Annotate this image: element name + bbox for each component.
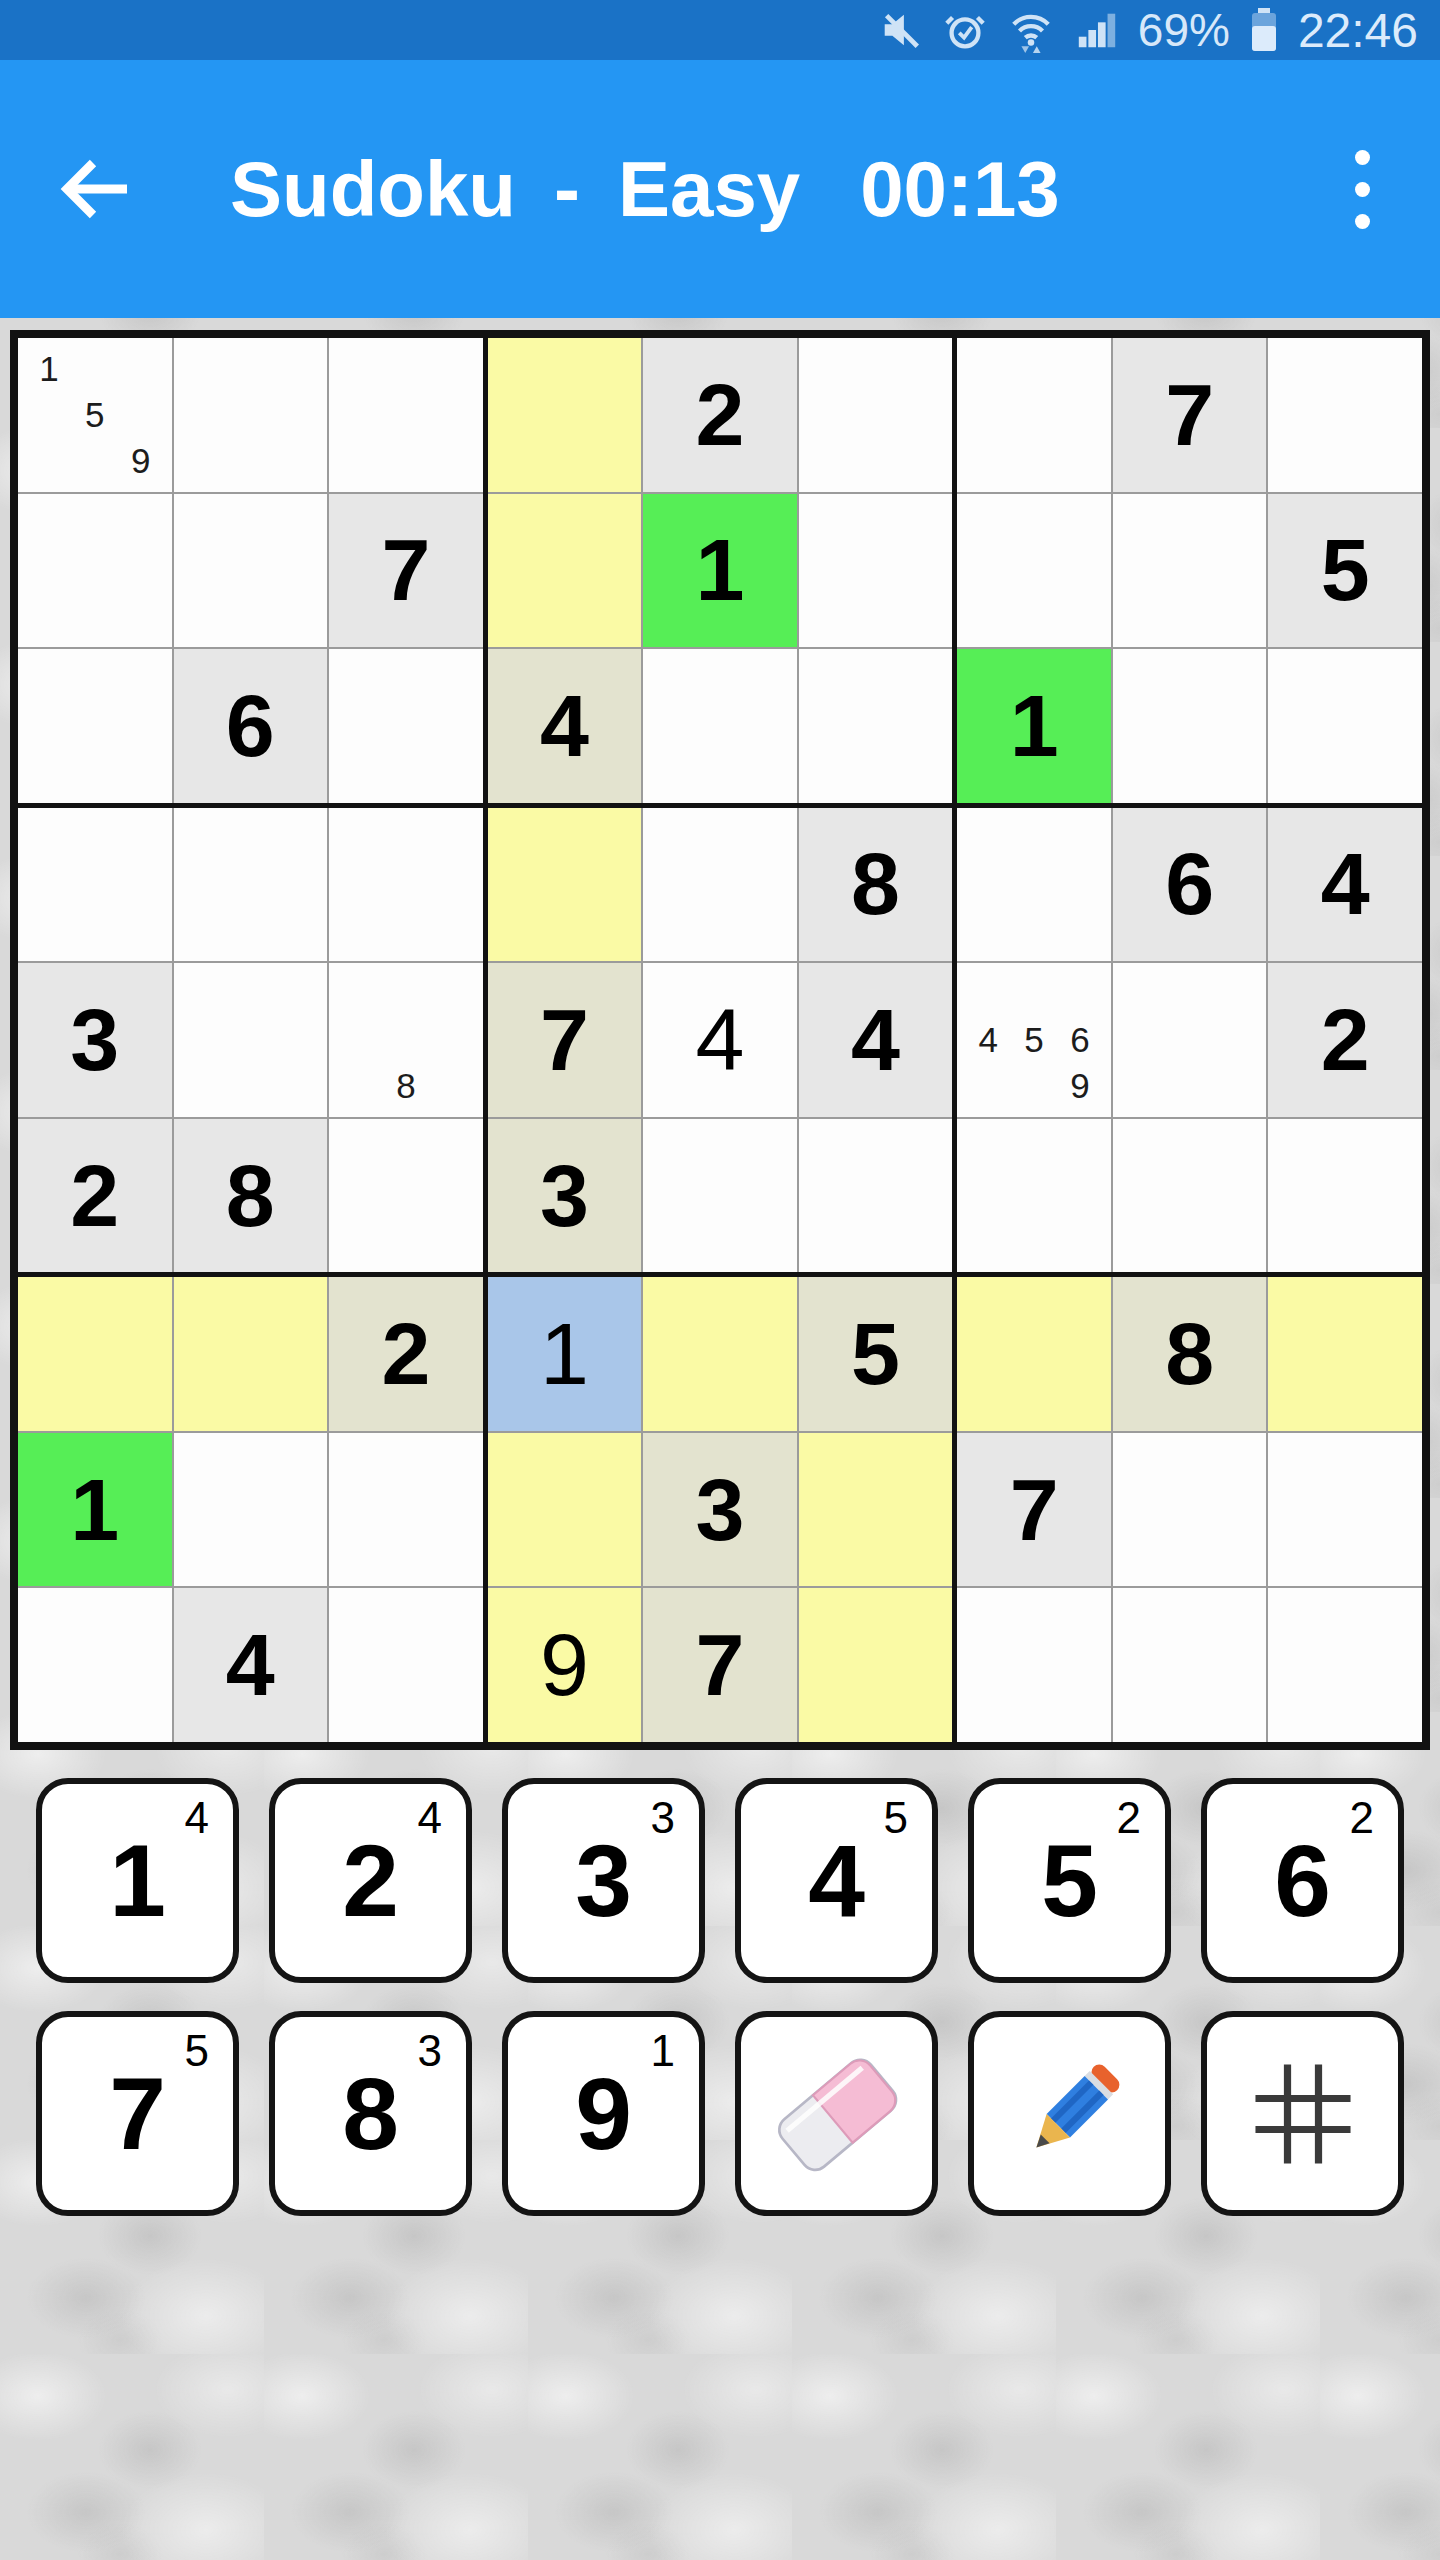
given-digit: 2 bbox=[696, 371, 745, 459]
cell-r5c3[interactable]: 8 bbox=[329, 963, 483, 1117]
cell-r7c4[interactable]: 1 bbox=[488, 1277, 642, 1431]
key-3[interactable]: 33 bbox=[502, 1778, 705, 1983]
cell-r7c9[interactable] bbox=[1268, 1277, 1422, 1431]
note-digit bbox=[429, 1017, 475, 1063]
given-digit: 6 bbox=[1165, 840, 1214, 928]
note-digit bbox=[26, 438, 72, 484]
given-digit: 5 bbox=[1321, 526, 1370, 614]
digit-count: 2 bbox=[1350, 1796, 1374, 1840]
cell-r6c3[interactable] bbox=[329, 1119, 483, 1273]
pencil-icon bbox=[1008, 2052, 1132, 2176]
given-digit: 7 bbox=[1165, 371, 1214, 459]
key-digit: 1 bbox=[109, 1830, 166, 1932]
cell-r3c6[interactable] bbox=[799, 649, 953, 803]
note-digit bbox=[383, 1017, 429, 1063]
cell-r5c5[interactable]: 4 bbox=[643, 963, 797, 1117]
note-digit: 5 bbox=[1011, 1017, 1057, 1063]
given-digit: 4 bbox=[1321, 840, 1370, 928]
key-digit: 2 bbox=[342, 1830, 399, 1932]
cell-r3c9[interactable] bbox=[1268, 649, 1422, 803]
numpad: 142433455262758391 bbox=[0, 1778, 1440, 2216]
cell-r4c3[interactable] bbox=[329, 808, 483, 962]
note-digit: 9 bbox=[118, 438, 164, 484]
digit-count: 4 bbox=[185, 1796, 209, 1840]
cell-r6c6[interactable] bbox=[799, 1119, 953, 1273]
note-digit bbox=[1011, 971, 1057, 1017]
cell-r6c7[interactable] bbox=[957, 1119, 1111, 1273]
status-bar: 69% 22:46 bbox=[0, 0, 1440, 60]
note-digit bbox=[72, 438, 118, 484]
cell-r3c2[interactable]: 6 bbox=[174, 649, 328, 803]
cell-r2c3[interactable]: 7 bbox=[329, 494, 483, 648]
pencil-notes: 159 bbox=[18, 338, 172, 492]
given-digit: 3 bbox=[696, 1466, 745, 1554]
cell-r7c6[interactable]: 5 bbox=[799, 1277, 953, 1431]
key-9[interactable]: 91 bbox=[502, 2011, 705, 2216]
cell-r9c1[interactable] bbox=[18, 1588, 172, 1742]
note-digit bbox=[965, 971, 1011, 1017]
digit-count: 5 bbox=[185, 2029, 209, 2073]
cell-r8c6[interactable] bbox=[799, 1433, 953, 1587]
cell-r2c9[interactable]: 5 bbox=[1268, 494, 1422, 648]
back-button[interactable] bbox=[52, 146, 138, 232]
given-digit: 8 bbox=[1165, 1310, 1214, 1398]
cell-r4c9[interactable]: 4 bbox=[1268, 808, 1422, 962]
given-digit: 2 bbox=[381, 1310, 430, 1398]
cell-r3c1[interactable] bbox=[18, 649, 172, 803]
note-digit bbox=[1011, 1063, 1057, 1109]
cell-r2c5[interactable]: 1 bbox=[643, 494, 797, 648]
digit-count: 5 bbox=[884, 1796, 908, 1840]
given-digit: 8 bbox=[851, 840, 900, 928]
given-digit: 4 bbox=[226, 1621, 275, 1709]
note-digit: 5 bbox=[72, 392, 118, 438]
given-digit: 2 bbox=[1321, 996, 1370, 1084]
alarm-icon bbox=[942, 7, 988, 53]
cell-r9c6[interactable] bbox=[799, 1588, 953, 1742]
note-digit bbox=[118, 346, 164, 392]
block-3-3: 87 bbox=[957, 1277, 1422, 1742]
key-eraser[interactable] bbox=[735, 2011, 938, 2216]
cell-r7c8[interactable]: 8 bbox=[1113, 1277, 1267, 1431]
given-digit: 8 bbox=[226, 1152, 275, 1240]
user-digit: 1 bbox=[540, 1310, 589, 1398]
grid-icon bbox=[1241, 2052, 1365, 2176]
cell-r9c7[interactable] bbox=[957, 1588, 1111, 1742]
sudoku-board: 1597621475138288744364456922141539787 bbox=[10, 330, 1430, 1750]
overflow-menu-icon[interactable] bbox=[1337, 136, 1388, 243]
block-1-1: 15976 bbox=[18, 338, 483, 803]
cell-r6c4[interactable]: 3 bbox=[488, 1119, 642, 1273]
key-digit: 6 bbox=[1274, 1830, 1331, 1932]
battery-icon bbox=[1248, 6, 1280, 54]
cell-r8c8[interactable] bbox=[1113, 1433, 1267, 1587]
note-digit bbox=[26, 392, 72, 438]
cell-r1c5[interactable]: 2 bbox=[643, 338, 797, 492]
key-digit: 9 bbox=[575, 2063, 632, 2165]
cell-r7c2[interactable] bbox=[174, 1277, 328, 1431]
game-timer: 00:13 bbox=[860, 144, 1060, 235]
note-digit bbox=[337, 1017, 383, 1063]
given-digit: 7 bbox=[540, 996, 589, 1084]
key-digit: 3 bbox=[575, 1830, 632, 1932]
cell-r7c3[interactable]: 2 bbox=[329, 1277, 483, 1431]
key-4[interactable]: 45 bbox=[735, 1778, 938, 1983]
note-digit bbox=[337, 971, 383, 1017]
cell-r9c8[interactable] bbox=[1113, 1588, 1267, 1742]
given-digit: 7 bbox=[381, 526, 430, 614]
user-digit: 9 bbox=[540, 1621, 589, 1709]
given-digit: 1 bbox=[1010, 682, 1059, 770]
cell-r4c8[interactable]: 6 bbox=[1113, 808, 1267, 962]
given-digit: 1 bbox=[70, 1466, 119, 1554]
pencil-notes: 8 bbox=[329, 963, 483, 1117]
cell-r5c8[interactable] bbox=[1113, 963, 1267, 1117]
cell-r5c6[interactable]: 4 bbox=[799, 963, 953, 1117]
cell-r1c1[interactable]: 159 bbox=[18, 338, 172, 492]
cell-r6c9[interactable] bbox=[1268, 1119, 1422, 1273]
note-digit bbox=[429, 971, 475, 1017]
given-digit: 3 bbox=[70, 996, 119, 1084]
cell-r7c1[interactable] bbox=[18, 1277, 172, 1431]
note-digit: 4 bbox=[965, 1017, 1011, 1063]
digit-count: 3 bbox=[651, 1796, 675, 1840]
block-2-1: 3828 bbox=[18, 808, 483, 1273]
cell-r4c6[interactable]: 8 bbox=[799, 808, 953, 962]
note-digit bbox=[118, 392, 164, 438]
page-title: Sudoku bbox=[230, 144, 516, 235]
key-pencil[interactable] bbox=[968, 2011, 1171, 2216]
key-5[interactable]: 52 bbox=[968, 1778, 1171, 1983]
cell-r3c3[interactable] bbox=[329, 649, 483, 803]
eraser-icon bbox=[773, 2050, 901, 2178]
key-grid[interactable] bbox=[1201, 2011, 1404, 2216]
note-digit bbox=[965, 1063, 1011, 1109]
cell-r7c7[interactable] bbox=[957, 1277, 1111, 1431]
cell-r3c4[interactable]: 4 bbox=[488, 649, 642, 803]
status-time: 22:46 bbox=[1298, 3, 1418, 58]
cell-r9c2[interactable]: 4 bbox=[174, 1588, 328, 1742]
note-digit bbox=[337, 1063, 383, 1109]
block-1-2: 214 bbox=[488, 338, 953, 803]
mute-icon bbox=[878, 7, 924, 53]
cell-r7c5[interactable] bbox=[643, 1277, 797, 1431]
cell-r1c6[interactable] bbox=[799, 338, 953, 492]
note-digit: 6 bbox=[1057, 1017, 1103, 1063]
given-digit: 5 bbox=[851, 1310, 900, 1398]
note-digit: 1 bbox=[26, 346, 72, 392]
wifi-icon bbox=[1006, 7, 1056, 53]
user-digit: 4 bbox=[696, 996, 745, 1084]
cell-r4c4[interactable] bbox=[488, 808, 642, 962]
given-digit: 2 bbox=[70, 1152, 119, 1240]
cell-r3c8[interactable] bbox=[1113, 649, 1267, 803]
cell-r3c5[interactable] bbox=[643, 649, 797, 803]
cell-r1c7[interactable] bbox=[957, 338, 1111, 492]
cell-r5c4[interactable]: 7 bbox=[488, 963, 642, 1117]
cell-r6c2[interactable]: 8 bbox=[174, 1119, 328, 1273]
cell-r3c7[interactable]: 1 bbox=[957, 649, 1111, 803]
cell-r1c4[interactable] bbox=[488, 338, 642, 492]
cell-r6c8[interactable] bbox=[1113, 1119, 1267, 1273]
digit-count: 1 bbox=[651, 2029, 675, 2073]
cell-r2c7[interactable] bbox=[957, 494, 1111, 648]
key-1[interactable]: 14 bbox=[36, 1778, 239, 1983]
given-digit: 7 bbox=[696, 1621, 745, 1709]
note-digit: 9 bbox=[1057, 1063, 1103, 1109]
back-arrow-icon bbox=[55, 149, 135, 229]
title-separator: - bbox=[554, 144, 580, 235]
cell-r2c1[interactable] bbox=[18, 494, 172, 648]
given-digit: 4 bbox=[540, 682, 589, 770]
key-7[interactable]: 75 bbox=[36, 2011, 239, 2216]
cell-r9c3[interactable] bbox=[329, 1588, 483, 1742]
cell-r8c4[interactable] bbox=[488, 1433, 642, 1587]
cell-r8c2[interactable] bbox=[174, 1433, 328, 1587]
difficulty-label: Easy bbox=[618, 144, 800, 235]
battery-percent: 69% bbox=[1138, 3, 1230, 57]
cell-r8c9[interactable] bbox=[1268, 1433, 1422, 1587]
pencil-notes: 4569 bbox=[957, 963, 1111, 1117]
digit-count: 2 bbox=[1117, 1796, 1141, 1840]
cell-r8c5[interactable]: 3 bbox=[643, 1433, 797, 1587]
cell-r1c9[interactable] bbox=[1268, 338, 1422, 492]
cell-r6c5[interactable] bbox=[643, 1119, 797, 1273]
cell-r6c1[interactable]: 2 bbox=[18, 1119, 172, 1273]
digit-count: 4 bbox=[418, 1796, 442, 1840]
cell-r8c3[interactable] bbox=[329, 1433, 483, 1587]
cell-r1c3[interactable] bbox=[329, 338, 483, 492]
cell-r9c9[interactable] bbox=[1268, 1588, 1422, 1742]
cell-r8c1[interactable]: 1 bbox=[18, 1433, 172, 1587]
given-digit: 1 bbox=[696, 526, 745, 614]
block-2-2: 87443 bbox=[488, 808, 953, 1273]
cell-r1c2[interactable] bbox=[174, 338, 328, 492]
cell-r2c8[interactable] bbox=[1113, 494, 1267, 648]
key-digit: 8 bbox=[342, 2063, 399, 2165]
cell-r4c1[interactable] bbox=[18, 808, 172, 962]
cell-r9c5[interactable]: 7 bbox=[643, 1588, 797, 1742]
cell-r5c7[interactable]: 4569 bbox=[957, 963, 1111, 1117]
given-digit: 6 bbox=[226, 682, 275, 770]
note-digit: 8 bbox=[383, 1063, 429, 1109]
cell-r5c1[interactable]: 3 bbox=[18, 963, 172, 1117]
cell-r4c2[interactable] bbox=[174, 808, 328, 962]
key-digit: 7 bbox=[109, 2063, 166, 2165]
digit-count: 3 bbox=[418, 2029, 442, 2073]
given-digit: 3 bbox=[540, 1152, 589, 1240]
block-3-2: 15397 bbox=[488, 1277, 953, 1742]
cell-r4c5[interactable] bbox=[643, 808, 797, 962]
cell-r2c6[interactable] bbox=[799, 494, 953, 648]
cell-r2c4[interactable] bbox=[488, 494, 642, 648]
block-3-1: 214 bbox=[18, 1277, 483, 1742]
cell-r4c7[interactable] bbox=[957, 808, 1111, 962]
key-2[interactable]: 24 bbox=[269, 1778, 472, 1983]
note-digit bbox=[72, 346, 118, 392]
cell-r5c2[interactable] bbox=[174, 963, 328, 1117]
note-digit bbox=[1057, 971, 1103, 1017]
key-digit: 4 bbox=[808, 1830, 865, 1932]
block-1-3: 751 bbox=[957, 338, 1422, 803]
cell-r9c4[interactable]: 9 bbox=[488, 1588, 642, 1742]
key-6[interactable]: 62 bbox=[1201, 1778, 1404, 1983]
signal-icon bbox=[1074, 7, 1120, 53]
cell-r2c2[interactable] bbox=[174, 494, 328, 648]
title-group: Sudoku - Easy 00:13 bbox=[230, 144, 1060, 235]
cell-r1c8[interactable]: 7 bbox=[1113, 338, 1267, 492]
given-digit: 4 bbox=[851, 996, 900, 1084]
cell-r5c9[interactable]: 2 bbox=[1268, 963, 1422, 1117]
key-digit: 5 bbox=[1041, 1830, 1098, 1932]
app-bar: Sudoku - Easy 00:13 bbox=[0, 60, 1440, 318]
key-8[interactable]: 83 bbox=[269, 2011, 472, 2216]
note-digit bbox=[383, 971, 429, 1017]
note-digit bbox=[429, 1063, 475, 1109]
given-digit: 7 bbox=[1010, 1466, 1059, 1554]
cell-r8c7[interactable]: 7 bbox=[957, 1433, 1111, 1587]
block-2-3: 6445692 bbox=[957, 808, 1422, 1273]
